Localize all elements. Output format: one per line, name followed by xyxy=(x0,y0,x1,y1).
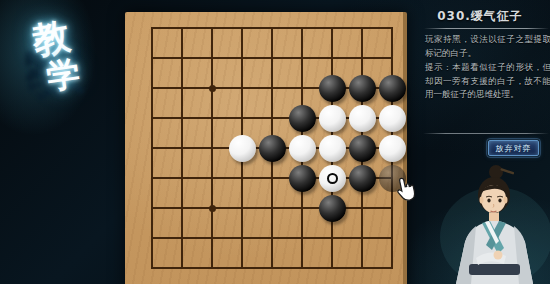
board-intersection[interactable] xyxy=(347,103,377,133)
board-intersection[interactable] xyxy=(197,223,227,253)
board-intersection[interactable] xyxy=(377,133,407,163)
app-window: 教学 教 学 030.缓气征子 玩家持黑，设法以征子之型提取标记的白子。 提示：… xyxy=(0,0,550,284)
board-intersection[interactable] xyxy=(287,253,317,283)
board-intersection[interactable] xyxy=(137,103,167,133)
board-intersection[interactable] xyxy=(317,163,347,193)
board-intersection[interactable] xyxy=(227,133,257,163)
board-intersection[interactable] xyxy=(317,13,347,43)
board-intersection[interactable] xyxy=(257,253,287,283)
white-stone xyxy=(289,135,316,162)
board-intersection[interactable] xyxy=(347,163,377,193)
board-intersection[interactable] xyxy=(317,133,347,163)
board-intersection[interactable] xyxy=(347,133,377,163)
board-intersection[interactable] xyxy=(197,163,227,193)
board-intersection[interactable] xyxy=(317,73,347,103)
board-intersection[interactable] xyxy=(377,223,407,253)
board-intersection[interactable] xyxy=(197,103,227,133)
black-stone xyxy=(349,135,376,162)
white-stone xyxy=(379,105,406,132)
board-intersection[interactable] xyxy=(287,43,317,73)
board-intersection[interactable] xyxy=(257,73,287,103)
board-intersection[interactable] xyxy=(287,103,317,133)
board-intersection[interactable] xyxy=(257,13,287,43)
board-intersection[interactable] xyxy=(377,43,407,73)
board-intersection[interactable] xyxy=(197,193,227,223)
board-intersection[interactable] xyxy=(137,133,167,163)
board-intersection[interactable] xyxy=(257,43,287,73)
board-intersection[interactable] xyxy=(197,133,227,163)
board-intersection[interactable] xyxy=(227,103,257,133)
board-intersection[interactable] xyxy=(167,193,197,223)
board-grid xyxy=(137,13,407,283)
black-stone xyxy=(319,195,346,222)
board-intersection[interactable] xyxy=(137,13,167,43)
board-intersection[interactable] xyxy=(137,193,167,223)
board-intersection[interactable] xyxy=(257,163,287,193)
board-intersection[interactable] xyxy=(257,103,287,133)
tutor-portrait xyxy=(438,162,550,284)
black-stone xyxy=(349,165,376,192)
board-intersection[interactable] xyxy=(317,253,347,283)
board-intersection[interactable] xyxy=(137,253,167,283)
board-intersection[interactable] xyxy=(347,73,377,103)
hand-pointer-cursor xyxy=(393,174,419,205)
marked-white-stone xyxy=(319,165,346,192)
go-board[interactable] xyxy=(125,12,407,284)
board-intersection[interactable] xyxy=(227,193,257,223)
black-stone xyxy=(259,135,286,162)
board-intersection[interactable] xyxy=(377,253,407,283)
white-stone xyxy=(379,135,406,162)
board-intersection[interactable] xyxy=(317,223,347,253)
board-intersection[interactable] xyxy=(377,13,407,43)
puzzle-description: 玩家持黑，设法以征子之型提取标记的白子。 xyxy=(425,33,550,60)
board-intersection[interactable] xyxy=(197,73,227,103)
board-intersection[interactable] xyxy=(167,103,197,133)
board-intersection[interactable] xyxy=(167,253,197,283)
title-divider xyxy=(424,28,549,29)
board-intersection[interactable] xyxy=(167,223,197,253)
board-intersection[interactable] xyxy=(317,193,347,223)
board-intersection[interactable] xyxy=(317,103,347,133)
black-stone xyxy=(319,75,346,102)
board-intersection[interactable] xyxy=(257,223,287,253)
circle-mark-icon xyxy=(327,173,338,184)
star-point xyxy=(209,205,216,212)
white-stone xyxy=(349,105,376,132)
star-point xyxy=(209,85,216,92)
board-intersection[interactable] xyxy=(167,163,197,193)
board-intersection[interactable] xyxy=(227,13,257,43)
board-intersection[interactable] xyxy=(347,43,377,73)
board-intersection[interactable] xyxy=(197,43,227,73)
puzzle-title: 030.缓气征子 xyxy=(410,8,550,25)
board-intersection[interactable] xyxy=(317,43,347,73)
board-intersection[interactable] xyxy=(167,43,197,73)
board-intersection[interactable] xyxy=(167,73,197,103)
board-intersection[interactable] xyxy=(287,193,317,223)
board-intersection[interactable] xyxy=(347,253,377,283)
black-stone xyxy=(289,105,316,132)
board-intersection[interactable] xyxy=(287,163,317,193)
board-intersection[interactable] xyxy=(347,223,377,253)
button-divider xyxy=(423,133,549,134)
board-intersection[interactable] xyxy=(137,43,167,73)
board-intersection[interactable] xyxy=(227,253,257,283)
board-intersection[interactable] xyxy=(227,223,257,253)
board-intersection[interactable] xyxy=(137,163,167,193)
give-up-button[interactable]: 放弃对弈 xyxy=(488,140,539,156)
board-intersection[interactable] xyxy=(287,133,317,163)
board-intersection[interactable] xyxy=(377,73,407,103)
board-intersection[interactable] xyxy=(227,163,257,193)
board-intersection[interactable] xyxy=(167,13,197,43)
teaching-banner: 教学 教 学 xyxy=(0,0,100,284)
board-intersection[interactable] xyxy=(257,193,287,223)
board-intersection[interactable] xyxy=(197,253,227,283)
white-stone xyxy=(319,105,346,132)
black-stone xyxy=(289,165,316,192)
board-intersection[interactable] xyxy=(287,73,317,103)
board-intersection[interactable] xyxy=(197,13,227,43)
black-stone xyxy=(379,75,406,102)
white-stone xyxy=(319,135,346,162)
board-intersection[interactable] xyxy=(377,103,407,133)
board-intersection[interactable] xyxy=(347,193,377,223)
board-intersection[interactable] xyxy=(287,13,317,43)
board-intersection[interactable] xyxy=(257,133,287,163)
board-intersection[interactable] xyxy=(227,43,257,73)
calligraphy-char-xue: 学 xyxy=(44,51,83,100)
board-intersection[interactable] xyxy=(137,223,167,253)
puzzle-hint: 提示：本题看似征子的形状，但却因一旁有支援的白子，故不能用一般征子的思维处理。 xyxy=(425,61,550,102)
board-intersection[interactable] xyxy=(347,13,377,43)
white-stone xyxy=(229,135,256,162)
black-stone xyxy=(349,75,376,102)
board-intersection[interactable] xyxy=(227,73,257,103)
board-intersection[interactable] xyxy=(287,223,317,253)
board-intersection[interactable] xyxy=(137,73,167,103)
board-intersection[interactable] xyxy=(167,133,197,163)
